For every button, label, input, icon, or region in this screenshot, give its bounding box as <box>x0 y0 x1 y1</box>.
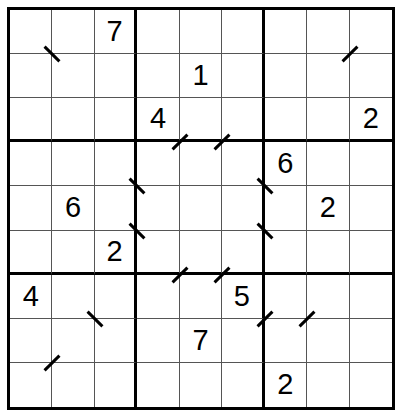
sudoku-page: 714266224572 <box>0 0 401 420</box>
cell-r4c2[interactable] <box>52 142 94 186</box>
cell-r6c1[interactable] <box>10 231 52 275</box>
cell-r5c3[interactable] <box>95 186 137 230</box>
cell-r8c1[interactable] <box>10 319 52 363</box>
cell-r4c5[interactable] <box>180 142 222 186</box>
cell-r9c1[interactable] <box>10 363 52 407</box>
cell-r6c8[interactable] <box>307 231 349 275</box>
cell-r6c3[interactable]: 2 <box>95 231 137 275</box>
cell-r9c3[interactable] <box>95 363 137 407</box>
cell-r4c1[interactable] <box>10 142 52 186</box>
cell-r1c8[interactable] <box>307 10 349 54</box>
cell-r7c4[interactable] <box>137 275 179 319</box>
given-digit: 6 <box>277 149 293 178</box>
cell-r7c5[interactable] <box>180 275 222 319</box>
sudoku-board: 714266224572 <box>7 7 395 410</box>
cell-r8c7[interactable] <box>265 319 307 363</box>
cell-r6c5[interactable] <box>180 231 222 275</box>
cell-r7c7[interactable] <box>265 275 307 319</box>
cell-r7c6[interactable]: 5 <box>222 275 264 319</box>
given-digit: 2 <box>107 237 123 266</box>
cell-r9c6[interactable] <box>222 363 264 407</box>
cell-r5c5[interactable] <box>180 186 222 230</box>
cell-r5c9[interactable] <box>350 186 392 230</box>
cell-r7c9[interactable] <box>350 275 392 319</box>
cell-r3c1[interactable] <box>10 98 52 142</box>
cell-r2c4[interactable] <box>137 54 179 98</box>
cell-r3c2[interactable] <box>52 98 94 142</box>
cell-r8c9[interactable] <box>350 319 392 363</box>
cell-r3c5[interactable] <box>180 98 222 142</box>
given-digit: 7 <box>107 17 123 46</box>
cell-r3c7[interactable] <box>265 98 307 142</box>
given-digit: 2 <box>277 370 293 399</box>
cell-r8c5[interactable]: 7 <box>180 319 222 363</box>
cell-r4c6[interactable] <box>222 142 264 186</box>
cell-r5c1[interactable] <box>10 186 52 230</box>
cell-r1c2[interactable] <box>52 10 94 54</box>
cell-r7c8[interactable] <box>307 275 349 319</box>
cell-r5c8[interactable]: 2 <box>307 186 349 230</box>
cell-r6c9[interactable] <box>350 231 392 275</box>
cell-r4c7[interactable]: 6 <box>265 142 307 186</box>
cell-r2c8[interactable] <box>307 54 349 98</box>
given-digit: 1 <box>192 61 208 90</box>
cell-r1c7[interactable] <box>265 10 307 54</box>
cell-r9c9[interactable] <box>350 363 392 407</box>
cell-r3c3[interactable] <box>95 98 137 142</box>
cell-r2c2[interactable] <box>52 54 94 98</box>
cell-r9c5[interactable] <box>180 363 222 407</box>
cell-r4c3[interactable] <box>95 142 137 186</box>
given-digit: 4 <box>150 104 166 133</box>
cell-r3c9[interactable]: 2 <box>350 98 392 142</box>
cell-r7c2[interactable] <box>52 275 94 319</box>
cell-r3c6[interactable] <box>222 98 264 142</box>
given-digit: 7 <box>192 326 208 355</box>
cell-r6c6[interactable] <box>222 231 264 275</box>
given-digit: 2 <box>363 104 379 133</box>
given-digit: 6 <box>65 193 81 222</box>
cell-r8c4[interactable] <box>137 319 179 363</box>
cell-r7c1[interactable]: 4 <box>10 275 52 319</box>
cell-r9c4[interactable] <box>137 363 179 407</box>
given-digit: 2 <box>320 193 336 222</box>
cell-r1c1[interactable] <box>10 10 52 54</box>
cell-r6c7[interactable] <box>265 231 307 275</box>
cell-r8c3[interactable] <box>95 319 137 363</box>
cell-r4c9[interactable] <box>350 142 392 186</box>
cell-r2c7[interactable] <box>265 54 307 98</box>
cell-r6c2[interactable] <box>52 231 94 275</box>
cell-r1c5[interactable] <box>180 10 222 54</box>
cell-r7c3[interactable] <box>95 275 137 319</box>
cell-r8c6[interactable] <box>222 319 264 363</box>
cell-r3c4[interactable]: 4 <box>137 98 179 142</box>
cell-r4c4[interactable] <box>137 142 179 186</box>
cell-r5c7[interactable] <box>265 186 307 230</box>
cell-r4c8[interactable] <box>307 142 349 186</box>
cell-r2c9[interactable] <box>350 54 392 98</box>
cell-r1c9[interactable] <box>350 10 392 54</box>
cell-r5c2[interactable]: 6 <box>52 186 94 230</box>
cell-r9c7[interactable]: 2 <box>265 363 307 407</box>
cell-r8c2[interactable] <box>52 319 94 363</box>
given-digit: 5 <box>234 282 250 311</box>
given-digit: 4 <box>23 282 39 311</box>
cell-r2c3[interactable] <box>95 54 137 98</box>
cell-r1c6[interactable] <box>222 10 264 54</box>
cell-r3c8[interactable] <box>307 98 349 142</box>
cell-r6c4[interactable] <box>137 231 179 275</box>
cell-r9c2[interactable] <box>52 363 94 407</box>
cell-r2c1[interactable] <box>10 54 52 98</box>
cell-r2c6[interactable] <box>222 54 264 98</box>
cell-r2c5[interactable]: 1 <box>180 54 222 98</box>
cell-r1c4[interactable] <box>137 10 179 54</box>
cell-r5c6[interactable] <box>222 186 264 230</box>
cell-r5c4[interactable] <box>137 186 179 230</box>
cell-r9c8[interactable] <box>307 363 349 407</box>
cell-r8c8[interactable] <box>307 319 349 363</box>
cell-r1c3[interactable]: 7 <box>95 10 137 54</box>
